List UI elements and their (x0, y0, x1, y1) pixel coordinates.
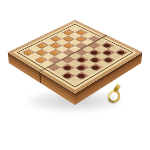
board-top-surface: ●●●●●●●●●●●●●●●●●●●●●●●● (8, 20, 142, 94)
product-photo-scene: ●●●●●●●●●●●●●●●●●●●●●●●● (0, 0, 150, 150)
